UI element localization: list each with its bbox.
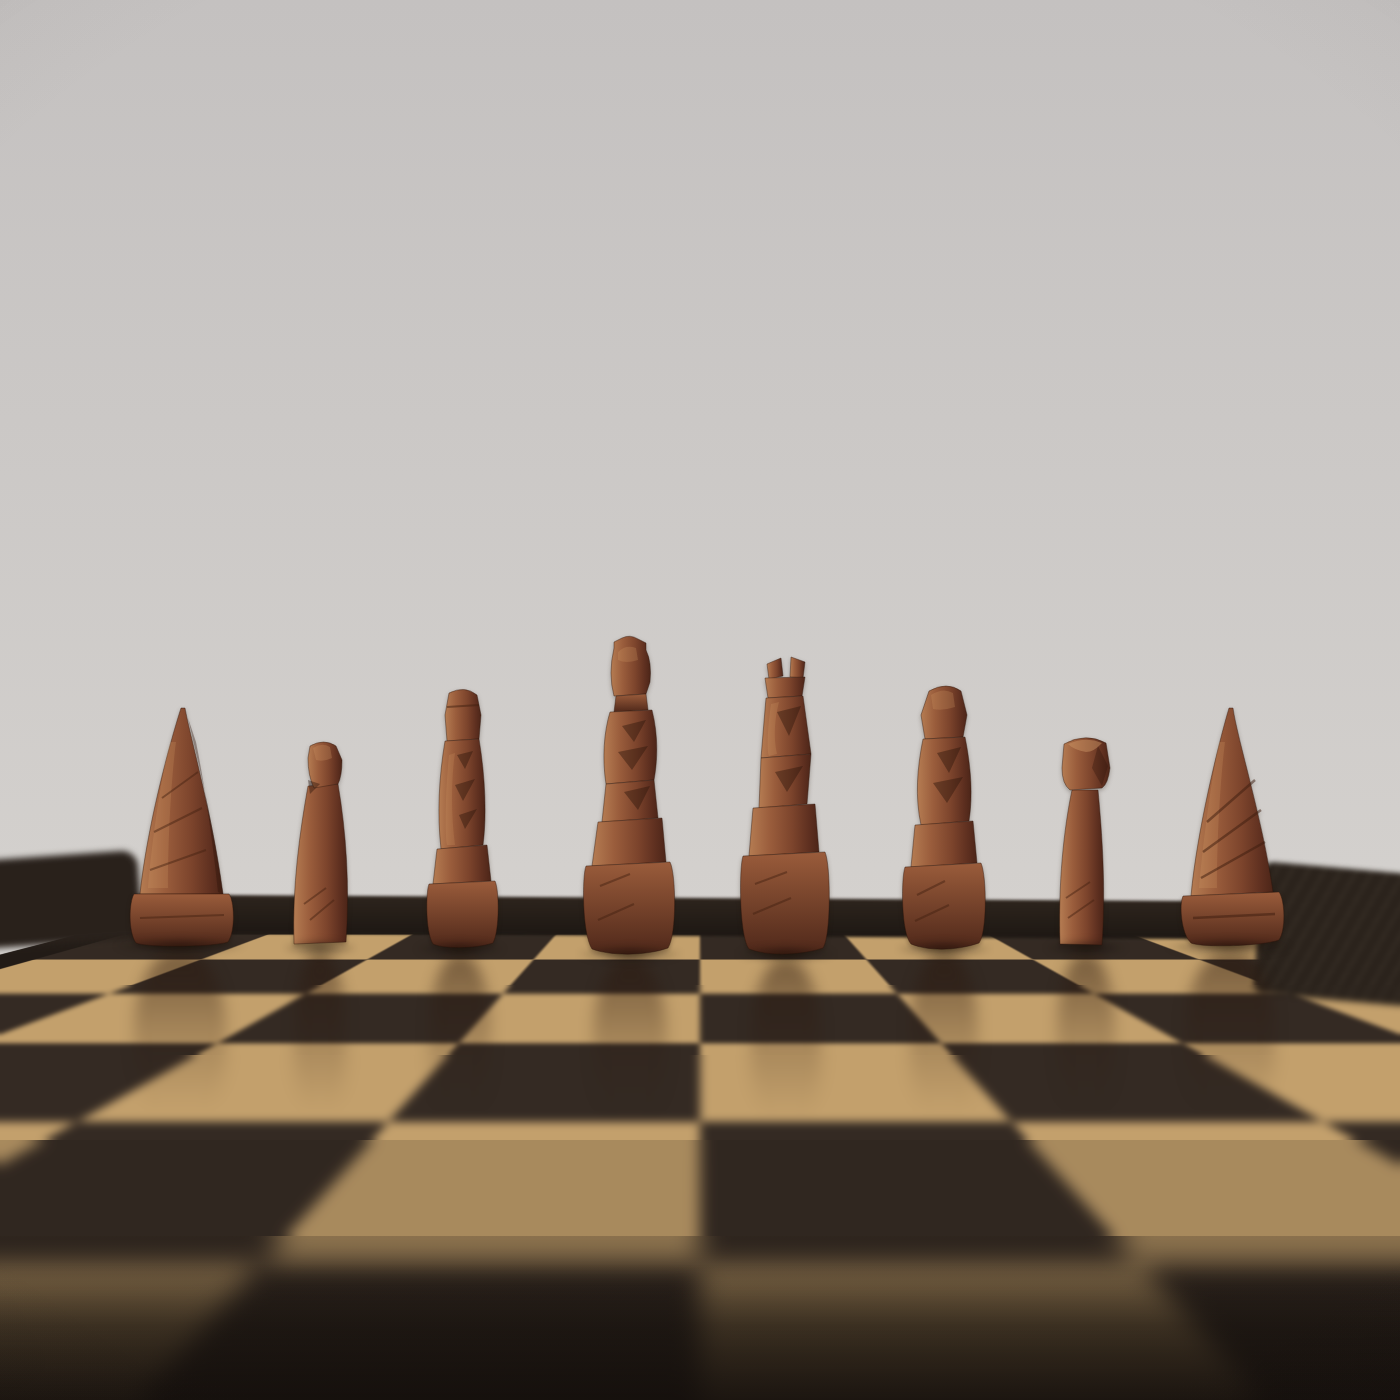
piece-contact-shadow — [282, 939, 359, 957]
piece-b8-knight — [280, 736, 360, 950]
piece-reflection-g8 — [1057, 954, 1115, 1129]
piece-contact-shadow — [113, 937, 247, 955]
piece-f8-bishop — [893, 681, 995, 951]
piece-reflections-layer — [0, 0, 1400, 1400]
piece-c8-bishop — [413, 685, 508, 951]
piece-contact-shadow — [1165, 938, 1295, 956]
piece-h8-rook — [1163, 702, 1298, 949]
piece-d8-queen — [574, 634, 686, 956]
piece-contact-shadow — [576, 945, 684, 963]
piece-contact-shadow — [1044, 939, 1128, 957]
piece-reflection-b8 — [294, 954, 347, 1129]
piece-reflection-d8 — [593, 960, 667, 1135]
piece-g8-knight — [1042, 728, 1130, 950]
piece-contact-shadow — [735, 945, 837, 963]
piece-reflection-c8 — [429, 955, 492, 1130]
piece-reflection-f8 — [910, 955, 977, 1130]
photo-scene — [0, 0, 1400, 1400]
piece-reflection-a8 — [134, 952, 226, 1127]
piece-contact-shadow — [414, 940, 505, 958]
piece-reflection-e8 — [751, 960, 821, 1135]
piece-contact-shadow — [895, 940, 993, 958]
piece-e8-king — [733, 652, 839, 956]
piece-reflection-h8 — [1185, 953, 1274, 1128]
piece-a8-rook — [110, 702, 250, 948]
